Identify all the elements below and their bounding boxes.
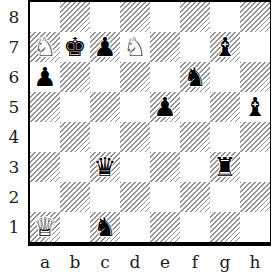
white-knight-piece[interactable]: ♞♘ bbox=[123, 34, 146, 60]
black-king-icon: ♚ bbox=[63, 34, 86, 60]
file-label-g: g bbox=[210, 248, 240, 276]
square-h4[interactable] bbox=[240, 122, 270, 152]
square-h8[interactable] bbox=[240, 2, 270, 32]
square-d1[interactable] bbox=[120, 212, 150, 242]
rank-labels: 87654321 bbox=[0, 2, 28, 242]
black-bishop-piece[interactable]: ♝ bbox=[213, 34, 236, 60]
white-queen-icon: ♕ bbox=[33, 214, 56, 240]
square-h7[interactable] bbox=[240, 32, 270, 62]
square-g4[interactable] bbox=[210, 122, 240, 152]
square-g7[interactable]: ♝ bbox=[210, 32, 240, 62]
square-c3[interactable]: ♛ bbox=[90, 152, 120, 182]
file-label-b: b bbox=[60, 248, 90, 276]
square-f7[interactable] bbox=[180, 32, 210, 62]
square-d8[interactable] bbox=[120, 2, 150, 32]
square-b1[interactable] bbox=[60, 212, 90, 242]
square-g1[interactable] bbox=[210, 212, 240, 242]
black-rook-piece[interactable]: ♜ bbox=[213, 154, 236, 180]
rank-label-2: 2 bbox=[0, 182, 28, 212]
square-d7[interactable]: ♞♘ bbox=[120, 32, 150, 62]
rank-label-1: 1 bbox=[0, 212, 28, 242]
white-knight-icon: ♘ bbox=[123, 34, 146, 60]
square-h5[interactable]: ♝ bbox=[240, 92, 270, 122]
square-e8[interactable] bbox=[150, 2, 180, 32]
black-king-piece[interactable]: ♚ bbox=[63, 34, 86, 60]
square-f2[interactable] bbox=[180, 182, 210, 212]
black-knight-icon: ♞ bbox=[183, 64, 206, 90]
square-e3[interactable] bbox=[150, 152, 180, 182]
square-e2[interactable] bbox=[150, 182, 180, 212]
square-b7[interactable]: ♚ bbox=[60, 32, 90, 62]
rank-label-6: 6 bbox=[0, 62, 28, 92]
square-a4[interactable] bbox=[30, 122, 60, 152]
file-label-e: e bbox=[150, 248, 180, 276]
square-e4[interactable] bbox=[150, 122, 180, 152]
square-d6[interactable] bbox=[120, 62, 150, 92]
square-c8[interactable] bbox=[90, 2, 120, 32]
white-knight-piece[interactable]: ♞♘ bbox=[33, 34, 56, 60]
square-h3[interactable] bbox=[240, 152, 270, 182]
black-queen-icon: ♛ bbox=[93, 154, 116, 180]
black-knight-icon: ♞ bbox=[93, 214, 116, 240]
rank-label-4: 4 bbox=[0, 122, 28, 152]
square-c2[interactable] bbox=[90, 182, 120, 212]
square-f1[interactable] bbox=[180, 212, 210, 242]
square-b8[interactable] bbox=[60, 2, 90, 32]
rank-label-3: 3 bbox=[0, 152, 28, 182]
square-a2[interactable] bbox=[30, 182, 60, 212]
black-pawn-icon: ♟ bbox=[93, 34, 116, 60]
square-b3[interactable] bbox=[60, 152, 90, 182]
square-b4[interactable] bbox=[60, 122, 90, 152]
square-g5[interactable] bbox=[210, 92, 240, 122]
square-h1[interactable] bbox=[240, 212, 270, 242]
square-e6[interactable] bbox=[150, 62, 180, 92]
square-b6[interactable] bbox=[60, 62, 90, 92]
square-h6[interactable] bbox=[240, 62, 270, 92]
square-e1[interactable] bbox=[150, 212, 180, 242]
black-pawn-piece[interactable]: ♟ bbox=[153, 94, 176, 120]
black-pawn-icon: ♟ bbox=[33, 64, 56, 90]
square-a8[interactable] bbox=[30, 2, 60, 32]
black-queen-piece[interactable]: ♛ bbox=[93, 154, 116, 180]
black-rook-icon: ♜ bbox=[213, 154, 236, 180]
square-e5[interactable]: ♟ bbox=[150, 92, 180, 122]
black-knight-piece[interactable]: ♞ bbox=[93, 214, 116, 240]
square-b2[interactable] bbox=[60, 182, 90, 212]
square-b5[interactable] bbox=[60, 92, 90, 122]
square-c1[interactable]: ♞ bbox=[90, 212, 120, 242]
rank-label-5: 5 bbox=[0, 92, 28, 122]
white-knight-icon: ♘ bbox=[33, 34, 56, 60]
square-d3[interactable] bbox=[120, 152, 150, 182]
black-knight-piece[interactable]: ♞ bbox=[183, 64, 206, 90]
square-a7[interactable]: ♞♘ bbox=[30, 32, 60, 62]
square-a6[interactable]: ♟ bbox=[30, 62, 60, 92]
square-c6[interactable] bbox=[90, 62, 120, 92]
square-d4[interactable] bbox=[120, 122, 150, 152]
square-f5[interactable] bbox=[180, 92, 210, 122]
square-f4[interactable] bbox=[180, 122, 210, 152]
file-label-h: h bbox=[240, 248, 270, 276]
square-g3[interactable]: ♜ bbox=[210, 152, 240, 182]
square-g2[interactable] bbox=[210, 182, 240, 212]
rank-label-7: 7 bbox=[0, 32, 28, 62]
square-f8[interactable] bbox=[180, 2, 210, 32]
square-c7[interactable]: ♟ bbox=[90, 32, 120, 62]
file-label-a: a bbox=[30, 248, 60, 276]
rank-label-8: 8 bbox=[0, 2, 28, 32]
black-pawn-piece[interactable]: ♟ bbox=[33, 64, 56, 90]
file-labels: abcdefgh bbox=[30, 248, 270, 276]
square-c5[interactable] bbox=[90, 92, 120, 122]
square-f6[interactable]: ♞ bbox=[180, 62, 210, 92]
black-bishop-icon: ♝ bbox=[243, 94, 266, 120]
square-h2[interactable] bbox=[240, 182, 270, 212]
square-g8[interactable] bbox=[210, 2, 240, 32]
square-f3[interactable] bbox=[180, 152, 210, 182]
black-pawn-icon: ♟ bbox=[153, 94, 176, 120]
file-label-f: f bbox=[180, 248, 210, 276]
square-a3[interactable] bbox=[30, 152, 60, 182]
chess-diagram: 87654321 ♞♘♚♟♞♘♝♟♞♟♝♛♜♛♕♞ abcdefgh bbox=[0, 0, 279, 279]
black-bishop-icon: ♝ bbox=[213, 34, 236, 60]
file-label-c: c bbox=[90, 248, 120, 276]
black-pawn-piece[interactable]: ♟ bbox=[93, 34, 116, 60]
square-c4[interactable] bbox=[90, 122, 120, 152]
square-d5[interactable] bbox=[120, 92, 150, 122]
square-d2[interactable] bbox=[120, 182, 150, 212]
square-e7[interactable] bbox=[150, 32, 180, 62]
chess-board: ♞♘♚♟♞♘♝♟♞♟♝♛♜♛♕♞ bbox=[28, 0, 271, 246]
square-a1[interactable]: ♛♕ bbox=[30, 212, 60, 242]
file-label-d: d bbox=[120, 248, 150, 276]
white-queen-piece[interactable]: ♛♕ bbox=[33, 214, 56, 240]
black-bishop-piece[interactable]: ♝ bbox=[243, 94, 266, 120]
square-a5[interactable] bbox=[30, 92, 60, 122]
square-g6[interactable] bbox=[210, 62, 240, 92]
